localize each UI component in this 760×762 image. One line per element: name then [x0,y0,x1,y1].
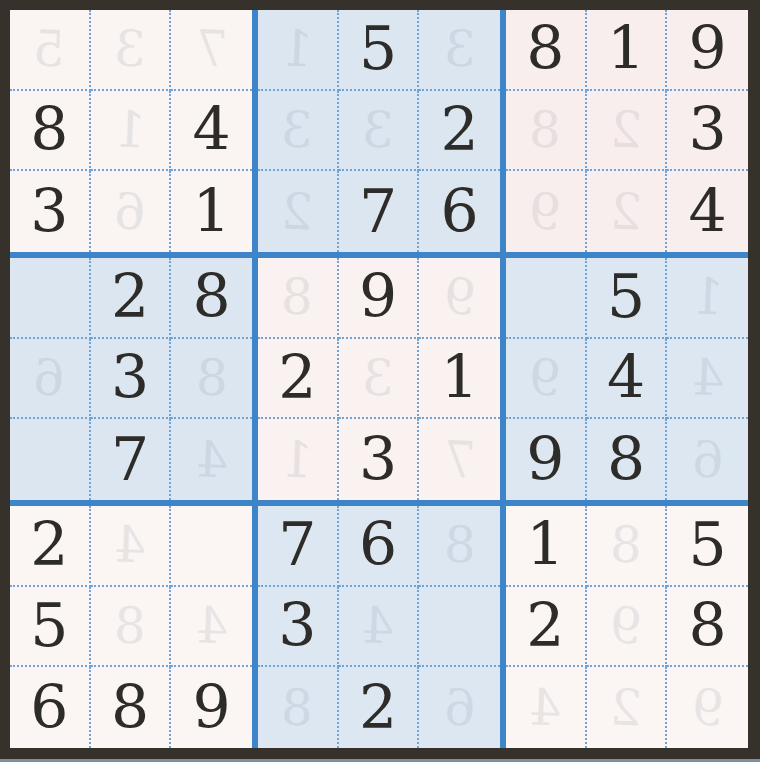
ghost-digit: 6 [443,682,477,733]
given-digit: 1 [526,514,564,574]
cell-r9c9[interactable]: 9 [667,667,748,748]
cell-r7c6[interactable]: 8 [419,506,500,587]
ghost-digit: 6 [33,352,67,403]
ghost-digit: 2 [281,186,315,237]
ghost-digit: 1 [281,434,315,485]
cell-r7c9[interactable]: 5 [667,506,748,587]
cell-r5c4[interactable]: 2 [258,339,339,420]
ghost-digit: 7 [443,434,477,485]
cell-r4c4[interactable]: 8 [258,258,339,339]
cell-r3c5[interactable]: 7 [339,171,420,252]
given-digit: 5 [30,595,68,655]
cell-r5c8[interactable]: 4 [587,339,668,420]
cell-r4c5[interactable]: 9 [339,258,420,339]
cell-r1c5[interactable]: 5 [339,10,420,91]
ghost-digit: 8 [609,520,643,571]
cell-r3c3[interactable]: 1 [171,171,252,252]
ghost-digit: 9 [529,352,563,403]
cell-r4c8[interactable]: 5 [587,258,668,339]
ghost-digit: 2 [609,682,643,733]
cell-r4c9[interactable]: 1 [667,258,748,339]
cell-r8c5[interactable]: 4 [339,587,420,668]
cell-r6c1[interactable] [10,419,91,500]
ghost-digit: 3 [361,104,395,155]
cell-r8c6[interactable] [419,587,500,668]
given-digit: 4 [689,181,727,241]
ghost-digit: 8 [113,600,147,651]
given-digit: 2 [30,514,68,574]
given-digit: 7 [111,429,149,489]
given-digit: 9 [193,677,231,737]
cell-r8c9[interactable]: 8 [667,587,748,668]
cell-r2c3[interactable]: 4 [171,91,252,172]
box-r1c2: 153332276 [258,10,500,252]
cell-r3c7[interactable]: 9 [506,171,587,252]
box-r1c3: 819823924 [506,10,748,252]
cell-r6c8[interactable]: 8 [587,419,668,500]
cell-r3c1[interactable]: 3 [10,171,91,252]
cell-r5c1[interactable]: 6 [10,339,91,420]
given-digit: 8 [193,266,231,326]
cell-r2c5[interactable]: 3 [339,91,420,172]
cell-r9c1[interactable]: 6 [10,667,91,748]
given-digit: 8 [30,99,68,159]
given-digit: 8 [526,18,564,78]
cell-r2c7[interactable]: 8 [506,91,587,172]
cell-r9c3[interactable]: 9 [171,667,252,748]
given-digit: 4 [193,99,231,159]
cell-r7c8[interactable]: 8 [587,506,668,587]
cell-r9c7[interactable]: 4 [506,667,587,748]
cell-r3c4[interactable]: 2 [258,171,339,252]
given-digit: 8 [689,595,727,655]
ghost-digit: 8 [195,352,229,403]
given-digit: 9 [526,429,564,489]
cell-r4c7[interactable] [506,258,587,339]
given-digit: 2 [111,266,149,326]
ghost-digit: 9 [691,682,725,733]
cell-r2c2[interactable]: 1 [91,91,172,172]
cell-r8c3[interactable]: 4 [171,587,252,668]
given-digit: 8 [607,429,645,489]
given-digit: 6 [441,181,479,241]
cell-r2c6[interactable]: 2 [419,91,500,172]
given-digit: 9 [689,18,727,78]
given-digit: 1 [193,181,231,241]
given-digit: 9 [359,266,397,326]
ghost-digit: 1 [113,104,147,155]
given-digit: 7 [359,181,397,241]
cell-r2c8[interactable]: 2 [587,91,668,172]
ghost-digit: 2 [609,186,643,237]
cell-r3c6[interactable]: 6 [419,171,500,252]
given-digit: 6 [359,514,397,574]
cell-r4c3[interactable]: 8 [171,258,252,339]
cell-r3c8[interactable]: 2 [587,171,668,252]
given-digit: 5 [689,514,727,574]
ghost-digit: 6 [113,186,147,237]
cell-r1c6[interactable]: 3 [419,10,500,91]
cell-r1c1[interactable]: 5 [10,10,91,91]
cell-r6c3[interactable]: 4 [171,419,252,500]
cell-r1c4[interactable]: 1 [258,10,339,91]
cell-r8c2[interactable]: 8 [91,587,172,668]
ghost-digit: 4 [195,434,229,485]
cell-r8c8[interactable]: 9 [587,587,668,668]
ghost-digit: 3 [361,352,395,403]
box-r2c1: 2863874 [10,258,252,500]
given-digit: 3 [689,99,727,159]
cell-r1c8[interactable]: 1 [587,10,668,91]
cell-r4c1[interactable] [10,258,91,339]
cell-r6c4[interactable]: 1 [258,419,339,500]
ghost-digit: 8 [281,682,315,733]
box-r1c1: 537814361 [10,10,252,252]
cell-r6c7[interactable]: 9 [506,419,587,500]
cell-r2c4[interactable]: 3 [258,91,339,172]
ghost-digit: 8 [443,520,477,571]
ghost-digit: 1 [281,24,315,75]
cell-r4c6[interactable]: 9 [419,258,500,339]
ghost-digit: 4 [195,600,229,651]
cell-r7c2[interactable]: 4 [91,506,172,587]
ghost-digit: 5 [33,24,67,75]
cell-r1c7[interactable]: 8 [506,10,587,91]
ghost-digit: 7 [195,24,229,75]
cell-r7c5[interactable]: 6 [339,506,420,587]
box-r3c3: 185298429 [506,506,748,748]
cell-r2c9[interactable]: 3 [667,91,748,172]
given-digit: 7 [278,514,316,574]
ghost-digit: 4 [529,682,563,733]
ghost-digit: 3 [443,24,477,75]
cell-r5c3[interactable]: 8 [171,339,252,420]
box-r3c1: 24584689 [10,506,252,748]
given-digit: 5 [607,266,645,326]
box-r2c2: 899231137 [258,258,500,500]
box-r3c2: 76834826 [258,506,500,748]
given-digit: 1 [441,347,479,407]
box-r2c3: 51944986 [506,258,748,500]
given-digit: 3 [30,181,68,241]
cell-r7c7[interactable]: 1 [506,506,587,587]
given-digit: 8 [111,677,149,737]
ghost-digit: 9 [443,272,477,323]
given-digit: 3 [359,429,397,489]
cell-r6c5[interactable]: 3 [339,419,420,500]
cell-r1c3[interactable]: 7 [171,10,252,91]
cell-r7c4[interactable]: 7 [258,506,339,587]
cell-r9c8[interactable]: 2 [587,667,668,748]
given-digit: 2 [278,347,316,407]
ghost-digit: 3 [281,104,315,155]
cell-r4c2[interactable]: 2 [91,258,172,339]
sudoku-board: 5378143611533322768198239242863874899231… [10,10,748,748]
cell-r3c9[interactable]: 4 [667,171,748,252]
sudoku-scan: 5378143611533322768198239242863874899231… [0,0,760,762]
ghost-digit: 6 [691,434,725,485]
given-digit: 3 [278,595,316,655]
cell-r8c1[interactable]: 5 [10,587,91,668]
cell-r9c6[interactable]: 6 [419,667,500,748]
ghost-digit: 2 [609,104,643,155]
cell-r1c2[interactable]: 3 [91,10,172,91]
given-digit: 5 [359,18,397,78]
cell-r8c4[interactable]: 3 [258,587,339,668]
ghost-digit: 9 [529,186,563,237]
cell-r9c2[interactable]: 8 [91,667,172,748]
cell-r3c2[interactable]: 6 [91,171,172,252]
given-digit: 3 [111,347,149,407]
cell-r6c2[interactable]: 7 [91,419,172,500]
ghost-digit: 4 [361,600,395,651]
cell-r5c5[interactable]: 3 [339,339,420,420]
ghost-digit: 3 [113,24,147,75]
cell-r9c5[interactable]: 2 [339,667,420,748]
cell-r5c2[interactable]: 3 [91,339,172,420]
cell-r6c6[interactable]: 7 [419,419,500,500]
ghost-digit: 8 [281,272,315,323]
cell-r9c4[interactable]: 8 [258,667,339,748]
cell-r7c1[interactable]: 2 [10,506,91,587]
given-digit: 2 [526,595,564,655]
cell-r5c6[interactable]: 1 [419,339,500,420]
ghost-digit: 8 [529,104,563,155]
cell-r5c7[interactable]: 9 [506,339,587,420]
given-digit: 6 [30,677,68,737]
cell-r7c3[interactable] [171,506,252,587]
cell-r1c9[interactable]: 9 [667,10,748,91]
given-digit: 2 [359,677,397,737]
cell-r2c1[interactable]: 8 [10,91,91,172]
cell-r8c7[interactable]: 2 [506,587,587,668]
ghost-digit: 4 [113,520,147,571]
given-digit: 1 [607,18,645,78]
ghost-digit: 4 [691,352,725,403]
given-digit: 4 [607,347,645,407]
cell-r6c9[interactable]: 6 [667,419,748,500]
cell-r5c9[interactable]: 4 [667,339,748,420]
ghost-digit: 9 [609,600,643,651]
given-digit: 2 [441,99,479,159]
ghost-digit: 1 [691,272,725,323]
